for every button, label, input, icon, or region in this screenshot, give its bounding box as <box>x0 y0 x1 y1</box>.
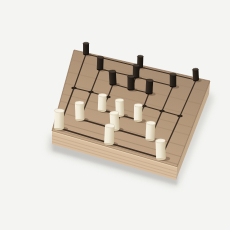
hole-f4[interactable] <box>159 110 164 113</box>
hole-a4[interactable] <box>71 87 76 90</box>
hole-b4[interactable] <box>88 91 93 94</box>
peg-black-a7[interactable] <box>83 42 92 56</box>
hole-g4[interactable] <box>177 115 182 118</box>
peg-black-g7[interactable] <box>192 68 201 82</box>
board <box>0 0 230 230</box>
nine-mens-morris-photo <box>0 0 230 230</box>
